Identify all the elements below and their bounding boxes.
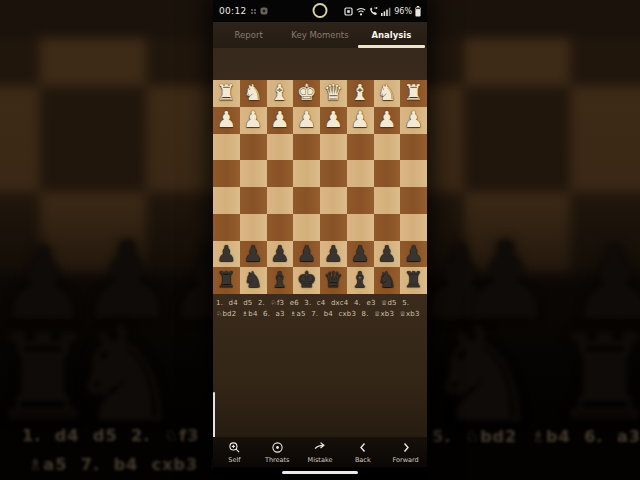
screenshot-icon [344,7,353,16]
bg-rook-silhouette: ♜ [552,318,640,436]
square[interactable] [293,134,320,161]
gesture-pill[interactable] [282,471,358,474]
square[interactable]: ♜ [400,267,427,294]
mistake-button[interactable]: Mistake [299,437,342,467]
square[interactable]: ♟ [347,241,374,268]
threats-button[interactable]: Threats [256,437,299,467]
status-bar: 00:12 96% [213,0,427,22]
phone-screen: 00:12 96% Report Key Moments Analysis ♜ [213,0,427,480]
square[interactable]: ♜ [213,267,240,294]
white-pawn: ♟ [267,107,294,134]
black-bishop: ♝ [267,267,294,294]
tab-report-label: Report [235,30,263,40]
square[interactable] [320,134,347,161]
mistake-label: Mistake [308,456,333,464]
square[interactable]: ♟ [213,107,240,134]
square[interactable]: ♝ [347,80,374,107]
square[interactable] [374,214,401,241]
square[interactable] [347,187,374,214]
square[interactable]: ♟ [293,241,320,268]
white-pawn: ♟ [240,107,267,134]
black-pawn: ♟ [400,241,427,268]
black-bishop: ♝ [347,267,374,294]
square[interactable] [400,214,427,241]
analysis-toolbar: Self Threats Mistake Back Forward [213,437,427,467]
black-rook: ♜ [400,267,427,294]
white-pawn: ♟ [400,107,427,134]
notification-dots-icon [250,8,257,15]
square[interactable]: ♟ [267,241,294,268]
square[interactable] [240,187,267,214]
bg-move-text: 1. d4 d5 2. ♘f3 e6 [22,426,237,445]
self-button[interactable]: Self [213,437,256,467]
square[interactable]: ♟ [293,107,320,134]
white-rook: ♜ [213,80,240,107]
notification-icons [250,7,268,15]
square[interactable]: ♟ [400,241,427,268]
black-knight: ♞ [240,267,267,294]
square[interactable]: ♞ [374,80,401,107]
white-king: ♚ [293,80,320,107]
black-pawn: ♟ [240,241,267,268]
forward-button[interactable]: Forward [384,437,427,467]
move-list[interactable]: 1. d4 d5 2. ♘f3 e6 3. c4 dxc4 4. e3 ♕d5 … [213,294,427,320]
tab-analysis-label: Analysis [371,30,411,40]
white-queen: ♛ [320,80,347,107]
square[interactable]: ♞ [240,267,267,294]
tab-key-moments-label: Key Moments [291,30,348,40]
square[interactable] [213,214,240,241]
tab-report[interactable]: Report [213,22,284,48]
bg-move-text: 5. ♘bd2 ♗b4 6. a3 [432,427,640,446]
square[interactable] [293,160,320,187]
square[interactable] [267,134,294,161]
square[interactable] [267,160,294,187]
square[interactable]: ♜ [400,80,427,107]
white-pawn: ♟ [320,107,347,134]
square[interactable] [374,160,401,187]
white-pawn: ♟ [293,107,320,134]
threats-label: Threats [265,456,290,464]
square[interactable] [320,214,347,241]
white-pawn: ♟ [213,107,240,134]
white-pawn: ♟ [374,107,401,134]
black-pawn: ♟ [213,241,240,268]
square[interactable]: ♟ [400,107,427,134]
white-knight: ♞ [240,80,267,107]
tab-bar: Report Key Moments Analysis [213,22,427,48]
square[interactable]: ♝ [267,80,294,107]
black-rook: ♜ [213,267,240,294]
square[interactable] [213,160,240,187]
square[interactable] [400,160,427,187]
square[interactable] [267,187,294,214]
white-bishop: ♝ [267,80,294,107]
black-pawn: ♟ [293,241,320,268]
signal-icon [381,7,391,16]
chess-board: ♜♞♝♚♛♝♞♜♟♟♟♟♟♟♟♟♟♟♟♟♟♟♟♟♜♞♝♚♛♝♞♜ [213,80,427,294]
arrow-right-icon [313,441,327,454]
square[interactable]: ♚ [293,80,320,107]
square[interactable]: ♝ [267,267,294,294]
square[interactable]: ♞ [374,267,401,294]
app-notification-icon [260,7,268,15]
square[interactable] [374,187,401,214]
chess-app-screenshot: ♟♟♟♜♞♟♟♟♞♜ 1. d4 d5 2. ♘f3 e6♗a5 7. b4 c… [0,0,640,480]
square[interactable] [347,134,374,161]
square[interactable] [213,134,240,161]
square[interactable] [293,187,320,214]
square[interactable]: ♛ [320,80,347,107]
square[interactable] [240,160,267,187]
square[interactable]: ♟ [267,107,294,134]
black-pawn: ♟ [320,241,347,268]
square[interactable]: ♟ [320,241,347,268]
back-label: Back [355,456,371,464]
square[interactable]: ♝ [347,267,374,294]
white-knight: ♞ [374,80,401,107]
square[interactable] [320,160,347,187]
black-knight: ♞ [374,267,401,294]
square[interactable] [267,214,294,241]
chevron-left-icon [357,441,369,454]
bg-knight-silhouette: ♞ [424,310,541,440]
square[interactable] [400,134,427,161]
black-pawn: ♟ [267,241,294,268]
square[interactable]: ♞ [240,80,267,107]
call-forward-icon [369,7,378,16]
status-icons-right: 96% [344,6,421,17]
square[interactable]: ♟ [347,107,374,134]
square[interactable]: ♟ [213,241,240,268]
white-bishop: ♝ [347,80,374,107]
square[interactable] [400,187,427,214]
battery-percent: 96% [394,7,412,16]
black-pawn: ♟ [347,241,374,268]
square[interactable] [347,214,374,241]
target-icon [271,441,284,454]
camera-cutout-ring [313,3,328,18]
square[interactable] [293,214,320,241]
white-rook: ♜ [400,80,427,107]
tab-key-moments[interactable]: Key Moments [284,22,355,48]
square[interactable] [320,187,347,214]
forward-label: Forward [393,456,419,464]
square[interactable] [240,214,267,241]
square[interactable]: ♟ [374,107,401,134]
square[interactable] [347,160,374,187]
gesture-nav-bar [213,467,427,480]
square[interactable]: ♟ [374,241,401,268]
self-label: Self [228,456,240,464]
black-queen: ♛ [320,267,347,294]
square[interactable] [374,134,401,161]
chevron-right-icon [400,441,412,454]
square[interactable] [240,134,267,161]
square[interactable]: ♚ [293,267,320,294]
tab-analysis[interactable]: Analysis [356,22,427,48]
black-king: ♚ [293,267,320,294]
wifi-icon [356,7,366,16]
square[interactable] [213,187,240,214]
square[interactable]: ♟ [240,107,267,134]
board-top-margin [213,48,427,80]
square[interactable]: ♟ [320,107,347,134]
zoom-in-icon [228,441,241,454]
active-tab-underline [358,45,425,48]
battery-icon [415,6,421,17]
white-pawn: ♟ [347,107,374,134]
square[interactable]: ♜ [213,80,240,107]
square[interactable]: ♟ [240,241,267,268]
bg-knight-silhouette: ♞ [66,310,183,440]
back-button[interactable]: Back [341,437,384,467]
square[interactable]: ♛ [320,267,347,294]
clock: 00:12 [219,6,246,16]
black-pawn: ♟ [374,241,401,268]
